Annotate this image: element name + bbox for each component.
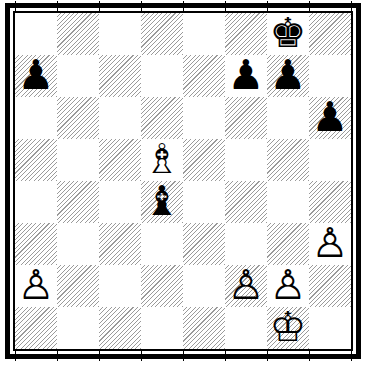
square-c8[interactable] xyxy=(99,13,141,55)
square-b7[interactable] xyxy=(57,55,99,97)
chess-board: ♚♟♟♟♟♗♝♙♙♙♙♔ xyxy=(5,3,361,359)
border-tick xyxy=(183,351,184,361)
square-e6[interactable] xyxy=(183,97,225,139)
square-d3[interactable] xyxy=(141,223,183,265)
square-d4[interactable]: ♝ xyxy=(141,181,183,223)
square-c1[interactable] xyxy=(99,307,141,349)
border-tick xyxy=(267,1,268,11)
square-b1[interactable] xyxy=(57,307,99,349)
square-a7[interactable]: ♟ xyxy=(15,55,57,97)
border-tick xyxy=(99,351,100,361)
square-h2[interactable] xyxy=(309,265,351,307)
border-tick xyxy=(225,1,226,11)
square-d7[interactable] xyxy=(141,55,183,97)
square-h6[interactable]: ♟ xyxy=(309,97,351,139)
border-tick xyxy=(309,351,310,361)
square-a6[interactable] xyxy=(15,97,57,139)
square-f3[interactable] xyxy=(225,223,267,265)
white-pawn[interactable]: ♙ xyxy=(18,265,55,306)
square-g4[interactable] xyxy=(267,181,309,223)
border-tick xyxy=(141,1,142,11)
square-h1[interactable] xyxy=(309,307,351,349)
border-tick xyxy=(57,1,58,11)
square-e3[interactable] xyxy=(183,223,225,265)
black-pawn[interactable]: ♟ xyxy=(228,55,265,96)
square-b5[interactable] xyxy=(57,139,99,181)
border-tick xyxy=(141,351,142,361)
black-pawn[interactable]: ♟ xyxy=(18,55,55,96)
square-d1[interactable] xyxy=(141,307,183,349)
border-tick xyxy=(15,1,16,11)
square-d2[interactable] xyxy=(141,265,183,307)
square-g3[interactable] xyxy=(267,223,309,265)
white-king[interactable]: ♔ xyxy=(270,307,307,348)
black-pawn[interactable]: ♟ xyxy=(312,97,349,138)
square-e4[interactable] xyxy=(183,181,225,223)
square-f8[interactable] xyxy=(225,13,267,55)
square-f5[interactable] xyxy=(225,139,267,181)
square-b6[interactable] xyxy=(57,97,99,139)
square-a8[interactable] xyxy=(15,13,57,55)
square-e1[interactable] xyxy=(183,307,225,349)
square-g8[interactable]: ♚ xyxy=(267,13,309,55)
square-g5[interactable] xyxy=(267,139,309,181)
square-f2[interactable]: ♙ xyxy=(225,265,267,307)
square-c7[interactable] xyxy=(99,55,141,97)
square-a5[interactable] xyxy=(15,139,57,181)
square-g1[interactable]: ♔ xyxy=(267,307,309,349)
white-pawn[interactable]: ♙ xyxy=(312,223,349,264)
black-pawn[interactable]: ♟ xyxy=(270,55,307,96)
border-tick xyxy=(267,351,268,361)
square-a4[interactable] xyxy=(15,181,57,223)
square-e5[interactable] xyxy=(183,139,225,181)
white-pawn[interactable]: ♙ xyxy=(228,265,265,306)
border-tick xyxy=(225,351,226,361)
square-b3[interactable] xyxy=(57,223,99,265)
square-g6[interactable] xyxy=(267,97,309,139)
black-king[interactable]: ♚ xyxy=(270,13,307,54)
square-a3[interactable] xyxy=(15,223,57,265)
square-e2[interactable] xyxy=(183,265,225,307)
square-f6[interactable] xyxy=(225,97,267,139)
square-c3[interactable] xyxy=(99,223,141,265)
square-f1[interactable] xyxy=(225,307,267,349)
board-frame: ♚♟♟♟♟♗♝♙♙♙♙♔ xyxy=(5,3,361,359)
square-b4[interactable] xyxy=(57,181,99,223)
border-tick xyxy=(351,1,352,11)
square-h7[interactable] xyxy=(309,55,351,97)
board-grid: ♚♟♟♟♟♗♝♙♙♙♙♔ xyxy=(15,13,351,349)
square-a2[interactable]: ♙ xyxy=(15,265,57,307)
square-c6[interactable] xyxy=(99,97,141,139)
square-d8[interactable] xyxy=(141,13,183,55)
square-d6[interactable] xyxy=(141,97,183,139)
border-tick xyxy=(309,1,310,11)
square-d5[interactable]: ♗ xyxy=(141,139,183,181)
square-g7[interactable]: ♟ xyxy=(267,55,309,97)
board-inner-border: ♚♟♟♟♟♗♝♙♙♙♙♔ xyxy=(13,11,353,351)
square-h3[interactable]: ♙ xyxy=(309,223,351,265)
square-c5[interactable] xyxy=(99,139,141,181)
border-tick xyxy=(57,351,58,361)
white-bishop[interactable]: ♗ xyxy=(144,139,181,180)
border-tick xyxy=(15,351,16,361)
square-h5[interactable] xyxy=(309,139,351,181)
square-g2[interactable]: ♙ xyxy=(267,265,309,307)
square-e8[interactable] xyxy=(183,13,225,55)
black-bishop[interactable]: ♝ xyxy=(144,181,181,222)
border-tick xyxy=(351,351,352,361)
square-e7[interactable] xyxy=(183,55,225,97)
square-a1[interactable] xyxy=(15,307,57,349)
square-b2[interactable] xyxy=(57,265,99,307)
white-pawn[interactable]: ♙ xyxy=(270,265,307,306)
square-c4[interactable] xyxy=(99,181,141,223)
square-c2[interactable] xyxy=(99,265,141,307)
square-f4[interactable] xyxy=(225,181,267,223)
square-f7[interactable]: ♟ xyxy=(225,55,267,97)
border-tick xyxy=(183,1,184,11)
square-h8[interactable] xyxy=(309,13,351,55)
border-tick xyxy=(99,1,100,11)
square-b8[interactable] xyxy=(57,13,99,55)
square-h4[interactable] xyxy=(309,181,351,223)
